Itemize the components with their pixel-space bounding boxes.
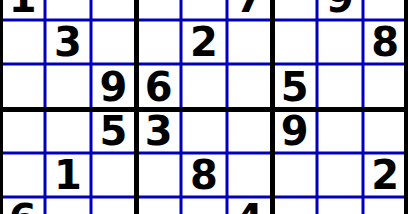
cell-r3c9[interactable] (363, 64, 408, 108)
sudoku-board: 17932896553918264 (0, 0, 408, 214)
cell-r1c9[interactable] (363, 0, 408, 20)
cell-r6c7[interactable] (272, 197, 317, 214)
cell-r5c6[interactable] (227, 153, 272, 197)
cell-r4c1[interactable] (0, 109, 45, 153)
cell-r1c2[interactable] (45, 0, 90, 20)
cell-r2c2[interactable]: 3 (45, 20, 90, 64)
cell-r2c5[interactable]: 2 (181, 20, 226, 64)
cell-r4c7[interactable]: 9 (272, 109, 317, 153)
cell-r1c5[interactable] (181, 0, 226, 20)
cell-r5c2[interactable]: 1 (45, 153, 90, 197)
cell-r2c7[interactable] (272, 20, 317, 64)
cell-r6c6[interactable]: 4 (227, 197, 272, 214)
cell-r5c5[interactable]: 8 (181, 153, 226, 197)
cell-r1c1[interactable]: 1 (0, 0, 45, 20)
cell-r6c1[interactable]: 6 (0, 197, 45, 214)
cell-r6c2[interactable] (45, 197, 90, 214)
cell-r4c2[interactable] (45, 109, 90, 153)
cell-r3c7[interactable]: 5 (272, 64, 317, 108)
cell-r6c4[interactable] (136, 197, 181, 214)
cell-r2c1[interactable] (0, 20, 45, 64)
cell-r5c4[interactable] (136, 153, 181, 197)
cell-r5c9[interactable]: 2 (363, 153, 408, 197)
cell-r1c6[interactable]: 7 (227, 0, 272, 20)
cell-r6c5[interactable] (181, 197, 226, 214)
cell-r2c8[interactable] (317, 20, 362, 64)
cell-r3c4[interactable]: 6 (136, 64, 181, 108)
cell-r4c6[interactable] (227, 109, 272, 153)
cell-r6c8[interactable] (317, 197, 362, 214)
cell-r5c8[interactable] (317, 153, 362, 197)
cell-r1c8[interactable]: 9 (317, 0, 362, 20)
cell-r2c4[interactable] (136, 20, 181, 64)
cell-r4c4[interactable]: 3 (136, 109, 181, 153)
cell-r3c8[interactable] (317, 64, 362, 108)
cell-r1c7[interactable] (272, 0, 317, 20)
cell-r3c2[interactable] (45, 64, 90, 108)
cell-r4c5[interactable] (181, 109, 226, 153)
cell-r5c1[interactable] (0, 153, 45, 197)
cell-r5c3[interactable] (91, 153, 136, 197)
cell-r2c6[interactable] (227, 20, 272, 64)
cell-r2c3[interactable] (91, 20, 136, 64)
cell-r3c5[interactable] (181, 64, 226, 108)
cell-r4c8[interactable] (317, 109, 362, 153)
cell-r6c9[interactable] (363, 197, 408, 214)
cell-r4c9[interactable] (363, 109, 408, 153)
cell-r2c9[interactable]: 8 (363, 20, 408, 64)
cell-r1c4[interactable] (136, 0, 181, 20)
cell-r6c3[interactable] (91, 197, 136, 214)
cell-r3c6[interactable] (227, 64, 272, 108)
cell-r3c1[interactable] (0, 64, 45, 108)
cell-r1c3[interactable] (91, 0, 136, 20)
box-boundary-horizontal-1 (0, 107, 408, 112)
cell-r3c3[interactable]: 9 (91, 64, 136, 108)
cell-r5c7[interactable] (272, 153, 317, 197)
cell-r4c3[interactable]: 5 (91, 109, 136, 153)
